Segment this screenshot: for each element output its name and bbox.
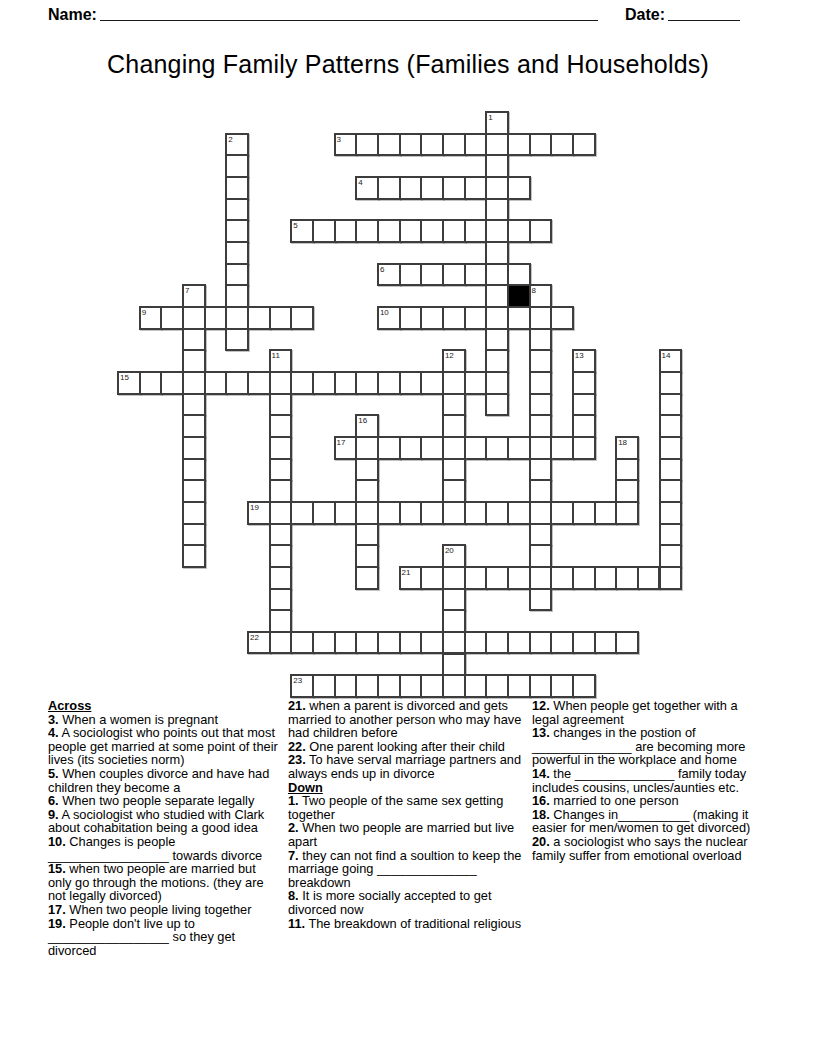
grid-cell[interactable] bbox=[572, 133, 596, 157]
grid-cell[interactable] bbox=[182, 414, 206, 438]
grid-cell[interactable]: 22 bbox=[247, 631, 271, 655]
grid-cell[interactable] bbox=[442, 458, 466, 482]
grid-cell[interactable] bbox=[529, 306, 553, 330]
grid-cell[interactable]: 15 bbox=[117, 371, 141, 395]
grid-cell[interactable] bbox=[615, 631, 639, 655]
grid-cell[interactable] bbox=[182, 458, 206, 482]
clue-item: 15. when two people are married but only… bbox=[48, 862, 281, 903]
grid-cell[interactable] bbox=[464, 436, 488, 460]
grid-cell[interactable] bbox=[269, 523, 293, 547]
grid-cell[interactable] bbox=[529, 523, 553, 547]
grid-cell[interactable] bbox=[269, 306, 293, 330]
grid-cell[interactable] bbox=[269, 436, 293, 460]
page-title: Changing Family Patterns (Families and H… bbox=[0, 50, 816, 79]
clue-number: 9. bbox=[48, 807, 59, 822]
cell-number: 10 bbox=[380, 308, 389, 317]
grid-cell[interactable] bbox=[529, 436, 553, 460]
grid-cell[interactable] bbox=[420, 371, 444, 395]
grid-cell[interactable] bbox=[615, 458, 639, 482]
grid-cell[interactable]: 17 bbox=[334, 436, 358, 460]
grid-cell[interactable] bbox=[464, 631, 488, 655]
grid-cell[interactable] bbox=[442, 176, 466, 200]
grid-cell[interactable] bbox=[485, 154, 509, 178]
grid-cell[interactable] bbox=[182, 436, 206, 460]
grid-cell[interactable] bbox=[399, 371, 423, 395]
grid-cell[interactable] bbox=[139, 371, 163, 395]
grid-cell[interactable]: 4 bbox=[355, 176, 379, 200]
grid-cell[interactable] bbox=[442, 501, 466, 525]
grid-cell[interactable] bbox=[334, 674, 358, 698]
grid-cell[interactable] bbox=[377, 501, 401, 525]
grid-cell[interactable] bbox=[312, 631, 336, 655]
grid-cell[interactable] bbox=[485, 263, 509, 287]
cell-number: 5 bbox=[293, 221, 297, 230]
grid-cell[interactable] bbox=[269, 631, 293, 655]
clue-number: 20. bbox=[532, 834, 550, 849]
grid-cell[interactable] bbox=[355, 566, 379, 590]
grid-cell[interactable] bbox=[160, 306, 184, 330]
grid-cell[interactable] bbox=[485, 393, 509, 417]
cell-number: 1 bbox=[488, 113, 492, 122]
cell-number: 16 bbox=[358, 416, 367, 425]
grid-cell[interactable] bbox=[485, 631, 509, 655]
grid-cell[interactable] bbox=[442, 609, 466, 633]
crossword-grid: 1234567891011121314151617181920212223 bbox=[117, 111, 683, 699]
grid-cell[interactable] bbox=[659, 523, 683, 547]
grid-cell[interactable] bbox=[485, 566, 509, 590]
grid-cell[interactable] bbox=[269, 609, 293, 633]
cell-number: 3 bbox=[337, 135, 341, 144]
grid-cell[interactable] bbox=[442, 653, 466, 677]
grid-cell[interactable]: 8 bbox=[529, 284, 553, 308]
grid-cell[interactable] bbox=[485, 133, 509, 157]
clue-number: 5. bbox=[48, 766, 59, 781]
clue-item: 18. Changes in__________ (making it easi… bbox=[532, 808, 760, 835]
grid-cell[interactable] bbox=[312, 501, 336, 525]
grid-cell[interactable] bbox=[355, 219, 379, 243]
grid-cell[interactable] bbox=[442, 133, 466, 157]
grid-cell[interactable] bbox=[442, 306, 466, 330]
clue-item: 19. People don't live up to ____________… bbox=[48, 917, 281, 958]
clue-item: 9. A sociologist who studied with Clark … bbox=[48, 808, 281, 835]
grid-cell[interactable] bbox=[507, 133, 531, 157]
grid-cell[interactable] bbox=[485, 284, 509, 308]
grid-cell[interactable] bbox=[377, 674, 401, 698]
grid-cell[interactable] bbox=[377, 219, 401, 243]
grid-cell[interactable] bbox=[420, 436, 444, 460]
grid-cell[interactable] bbox=[485, 176, 509, 200]
clue-item: 10. Changes is people _________________ … bbox=[48, 835, 281, 862]
grid-cell[interactable] bbox=[572, 631, 596, 655]
grid-cell[interactable] bbox=[659, 414, 683, 438]
clue-number: 14. bbox=[532, 766, 550, 781]
grid-cell[interactable] bbox=[572, 674, 596, 698]
grid-cell[interactable] bbox=[507, 219, 531, 243]
cell-number: 7 bbox=[185, 286, 189, 295]
grid-cell[interactable] bbox=[507, 176, 531, 200]
grid-cell[interactable] bbox=[312, 219, 336, 243]
grid-cell[interactable] bbox=[507, 436, 531, 460]
grid-cell[interactable]: 9 bbox=[139, 306, 163, 330]
grid-cell[interactable] bbox=[485, 436, 509, 460]
clue-column-2: 21. when a parent is divorced and gets m… bbox=[288, 699, 526, 930]
cell-number: 9 bbox=[142, 308, 146, 317]
clue-item: 17. When two people living together bbox=[48, 903, 281, 917]
grid-cell[interactable] bbox=[355, 501, 379, 525]
grid-cell[interactable] bbox=[507, 501, 531, 525]
grid-cell[interactable] bbox=[529, 328, 553, 352]
clue-number: 21. bbox=[288, 698, 306, 713]
grid-cell[interactable] bbox=[615, 501, 639, 525]
cell-number: 22 bbox=[250, 633, 259, 642]
clue-number: 19. bbox=[48, 916, 66, 931]
grid-cell[interactable] bbox=[399, 436, 423, 460]
grid-cell[interactable] bbox=[269, 458, 293, 482]
grid-cell[interactable] bbox=[269, 566, 293, 590]
cell-number: 11 bbox=[272, 351, 280, 360]
grid-cell[interactable] bbox=[464, 501, 488, 525]
grid-cell[interactable] bbox=[420, 263, 444, 287]
grid-cell[interactable]: 14 bbox=[659, 349, 683, 373]
grid-cell[interactable] bbox=[507, 306, 531, 330]
grid-cell[interactable] bbox=[659, 393, 683, 417]
grid-cell[interactable] bbox=[572, 566, 596, 590]
grid-cell[interactable] bbox=[485, 674, 509, 698]
grid-cell[interactable] bbox=[572, 371, 596, 395]
grid-cell[interactable] bbox=[355, 631, 379, 655]
grid-cell[interactable] bbox=[550, 306, 574, 330]
clue-column-3: 12. When people get together with a lega… bbox=[532, 699, 760, 862]
grid-cell[interactable] bbox=[399, 219, 423, 243]
grid-cell[interactable] bbox=[659, 501, 683, 525]
grid-cell[interactable] bbox=[485, 306, 509, 330]
grid-cell[interactable] bbox=[464, 371, 488, 395]
grid-cell[interactable] bbox=[529, 631, 553, 655]
grid-cell[interactable] bbox=[550, 631, 574, 655]
grid-cell[interactable] bbox=[529, 219, 553, 243]
grid-cell[interactable]: 16 bbox=[355, 414, 379, 438]
grid-cell[interactable] bbox=[377, 371, 401, 395]
cell-number: 13 bbox=[575, 351, 584, 360]
grid-cell[interactable] bbox=[659, 566, 683, 590]
grid-cell[interactable] bbox=[464, 263, 488, 287]
grid-cell[interactable] bbox=[485, 241, 509, 265]
grid-cell[interactable] bbox=[225, 284, 249, 308]
grid-cell[interactable] bbox=[529, 588, 553, 612]
grid-cell[interactable] bbox=[572, 436, 596, 460]
grid-cell[interactable] bbox=[269, 501, 293, 525]
grid-cell[interactable] bbox=[225, 154, 249, 178]
grid-cell[interactable] bbox=[485, 501, 509, 525]
grid-cell[interactable] bbox=[334, 631, 358, 655]
grid-cell[interactable] bbox=[269, 588, 293, 612]
grid-cell[interactable] bbox=[399, 631, 423, 655]
grid-cell[interactable] bbox=[420, 631, 444, 655]
grid-cell[interactable] bbox=[529, 349, 553, 373]
grid-cell[interactable] bbox=[247, 306, 271, 330]
grid-cell[interactable]: 18 bbox=[615, 436, 639, 460]
grid-cell[interactable] bbox=[615, 479, 639, 503]
clue-item: 3. When a women is pregnant bbox=[48, 713, 281, 727]
grid-cell[interactable] bbox=[659, 371, 683, 395]
grid-cell[interactable] bbox=[225, 176, 249, 200]
clue-item: 13. changes in the postion of __________… bbox=[532, 726, 760, 767]
grid-cell[interactable] bbox=[399, 176, 423, 200]
grid-cell[interactable]: 2 bbox=[225, 133, 249, 157]
cell-number: 17 bbox=[337, 438, 346, 447]
clue-column-1: Across3. When a women is pregnant4. A so… bbox=[48, 699, 281, 957]
clue-number: 4. bbox=[48, 725, 59, 740]
clue-item: 1. Two people of the same sex getting to… bbox=[288, 794, 526, 821]
cell-number: 2 bbox=[228, 135, 232, 144]
grid-cell[interactable] bbox=[464, 133, 488, 157]
grid-cell[interactable] bbox=[442, 674, 466, 698]
grid-cell[interactable] bbox=[529, 479, 553, 503]
clue-item: 21. when a parent is divorced and gets m… bbox=[288, 699, 526, 740]
cell-number: 4 bbox=[358, 178, 362, 187]
grid-cell[interactable] bbox=[550, 133, 574, 157]
grid-cell[interactable] bbox=[442, 631, 466, 655]
grid-cell[interactable] bbox=[659, 436, 683, 460]
grid-cell[interactable] bbox=[399, 674, 423, 698]
cell-number: 8 bbox=[532, 286, 536, 295]
grid-cell[interactable] bbox=[377, 436, 401, 460]
grid-cell[interactable] bbox=[529, 458, 553, 482]
grid-cell[interactable]: 10 bbox=[377, 306, 401, 330]
grid-cell[interactable]: 21 bbox=[399, 566, 423, 590]
grid-cell[interactable] bbox=[182, 544, 206, 568]
grid-cell[interactable] bbox=[507, 631, 531, 655]
grid-cell[interactable] bbox=[399, 133, 423, 157]
grid-cell[interactable] bbox=[550, 436, 574, 460]
grid-cell[interactable]: 19 bbox=[247, 501, 271, 525]
grid-cell[interactable] bbox=[225, 219, 249, 243]
grid-cell[interactable] bbox=[529, 566, 553, 590]
name-label: Name: bbox=[48, 6, 97, 24]
grid-cell[interactable] bbox=[442, 263, 466, 287]
grid-cell[interactable] bbox=[594, 631, 618, 655]
grid-cell[interactable] bbox=[225, 328, 249, 352]
grid-cell[interactable]: 12 bbox=[442, 349, 466, 373]
grid-cell[interactable] bbox=[529, 393, 553, 417]
grid-cell[interactable] bbox=[355, 371, 379, 395]
grid-cell[interactable] bbox=[269, 479, 293, 503]
grid-cell[interactable] bbox=[182, 501, 206, 525]
grid-cell[interactable] bbox=[637, 566, 661, 590]
clue-item: 23. To have serval marriage partners and… bbox=[288, 753, 526, 780]
clue-item: 12. When people get together with a lega… bbox=[532, 699, 760, 726]
grid-cell[interactable] bbox=[182, 479, 206, 503]
clue-item: 7. they can not find a soultion to keep … bbox=[288, 849, 526, 890]
grid-cell[interactable] bbox=[507, 263, 531, 287]
grid-cell[interactable] bbox=[485, 349, 509, 373]
clues-across-header: Across bbox=[48, 699, 281, 713]
grid-cell[interactable] bbox=[529, 414, 553, 438]
black-cell bbox=[507, 284, 531, 308]
grid-cell[interactable] bbox=[442, 436, 466, 460]
grid-cell[interactable] bbox=[550, 501, 574, 525]
cell-number: 6 bbox=[380, 265, 384, 274]
grid-cell[interactable] bbox=[485, 219, 509, 243]
grid-cell[interactable] bbox=[225, 241, 249, 265]
grid-cell[interactable] bbox=[355, 479, 379, 503]
grid-cell[interactable] bbox=[334, 371, 358, 395]
grid-cell[interactable] bbox=[420, 176, 444, 200]
clue-number: 18. bbox=[532, 807, 550, 822]
grid-cell[interactable] bbox=[529, 544, 553, 568]
grid-cell[interactable] bbox=[529, 674, 553, 698]
clue-item: 5. When couples divorce and have had chi… bbox=[48, 767, 281, 794]
grid-cell[interactable] bbox=[160, 371, 184, 395]
grid-cell[interactable] bbox=[442, 479, 466, 503]
grid-cell[interactable] bbox=[464, 566, 488, 590]
grid-cell[interactable]: 5 bbox=[290, 219, 314, 243]
grid-cell[interactable]: 1 bbox=[485, 111, 509, 135]
grid-cell[interactable] bbox=[420, 306, 444, 330]
grid-cell[interactable]: 23 bbox=[290, 674, 314, 698]
grid-cell[interactable] bbox=[355, 436, 379, 460]
grid-cell[interactable] bbox=[464, 674, 488, 698]
clue-item: 2. When two people are married but live … bbox=[288, 821, 526, 848]
grid-cell[interactable] bbox=[225, 371, 249, 395]
grid-cell[interactable] bbox=[182, 306, 206, 330]
grid-cell[interactable] bbox=[377, 631, 401, 655]
grid-cell[interactable] bbox=[355, 544, 379, 568]
clue-number: 15. bbox=[48, 861, 66, 876]
grid-cell[interactable]: 11 bbox=[269, 349, 293, 373]
cell-number: 14 bbox=[662, 351, 671, 360]
grid-cell[interactable] bbox=[464, 176, 488, 200]
cell-number: 18 bbox=[618, 438, 627, 447]
grid-cell[interactable] bbox=[399, 501, 423, 525]
grid-cell[interactable] bbox=[334, 501, 358, 525]
grid-cell[interactable] bbox=[312, 371, 336, 395]
grid-cell[interactable] bbox=[182, 393, 206, 417]
grid-cell[interactable] bbox=[594, 501, 618, 525]
grid-cell[interactable] bbox=[485, 328, 509, 352]
clue-number: 23. bbox=[288, 752, 306, 767]
grid-cell[interactable] bbox=[529, 371, 553, 395]
name-line[interactable] bbox=[100, 2, 598, 21]
grid-cell[interactable] bbox=[355, 458, 379, 482]
grid-cell[interactable] bbox=[659, 458, 683, 482]
grid-cell[interactable] bbox=[377, 133, 401, 157]
grid-cell[interactable] bbox=[420, 219, 444, 243]
grid-cell[interactable] bbox=[355, 133, 379, 157]
grid-cell[interactable] bbox=[269, 371, 293, 395]
grid-cell[interactable] bbox=[399, 306, 423, 330]
grid-cell[interactable] bbox=[182, 328, 206, 352]
clue-number: 7. bbox=[288, 848, 299, 863]
grid-cell[interactable] bbox=[442, 566, 466, 590]
grid-cell[interactable] bbox=[464, 306, 488, 330]
grid-cell[interactable] bbox=[572, 393, 596, 417]
grid-cell[interactable] bbox=[269, 414, 293, 438]
grid-cell[interactable] bbox=[247, 371, 271, 395]
grid-cell[interactable] bbox=[312, 674, 336, 698]
grid-cell[interactable] bbox=[399, 263, 423, 287]
clue-number: 8. bbox=[288, 888, 299, 903]
clue-item: 16. married to one person bbox=[532, 794, 760, 808]
clue-item: 6. When two people separate legally bbox=[48, 794, 281, 808]
grid-cell[interactable] bbox=[204, 371, 228, 395]
grid-cell[interactable] bbox=[182, 523, 206, 547]
date-line[interactable] bbox=[668, 2, 740, 21]
clue-number: 2. bbox=[288, 820, 299, 835]
grid-cell[interactable] bbox=[572, 501, 596, 525]
grid-cell[interactable] bbox=[204, 306, 228, 330]
grid-cell[interactable] bbox=[442, 393, 466, 417]
grid-cell[interactable]: 7 bbox=[182, 284, 206, 308]
grid-cell[interactable] bbox=[269, 544, 293, 568]
grid-cell[interactable] bbox=[550, 566, 574, 590]
clue-item: 4. A sociologist who points out that mos… bbox=[48, 726, 281, 767]
grid-cell[interactable] bbox=[594, 566, 618, 590]
cell-number: 23 bbox=[293, 676, 302, 685]
grid-cell[interactable]: 13 bbox=[572, 349, 596, 373]
grid-cell[interactable] bbox=[420, 566, 444, 590]
grid-cell[interactable] bbox=[442, 371, 466, 395]
grid-cell[interactable] bbox=[659, 544, 683, 568]
grid-cell[interactable] bbox=[572, 414, 596, 438]
grid-cell[interactable] bbox=[485, 198, 509, 222]
grid-cell[interactable] bbox=[485, 371, 509, 395]
grid-cell[interactable] bbox=[507, 566, 531, 590]
grid-cell[interactable] bbox=[420, 674, 444, 698]
grid-cell[interactable] bbox=[225, 306, 249, 330]
clue-item: 14. the ______________ family today incl… bbox=[532, 767, 760, 794]
clue-item: 8. It is more socially accepted to get d… bbox=[288, 889, 526, 916]
grid-cell[interactable] bbox=[377, 176, 401, 200]
grid-cell[interactable] bbox=[420, 501, 444, 525]
clue-item: 11. The breakdown of traditional religio… bbox=[288, 917, 526, 931]
grid-cell[interactable] bbox=[290, 501, 314, 525]
clue-item: 22. One parent looking after their child bbox=[288, 740, 526, 754]
grid-cell[interactable] bbox=[225, 198, 249, 222]
grid-cell[interactable] bbox=[182, 349, 206, 373]
grid-cell[interactable] bbox=[269, 393, 293, 417]
grid-cell[interactable] bbox=[290, 306, 314, 330]
clue-item: 20. a sociologist who says the nuclear f… bbox=[532, 835, 760, 862]
grid-cell[interactable]: 20 bbox=[442, 544, 466, 568]
grid-cell[interactable] bbox=[290, 631, 314, 655]
grid-cell[interactable]: 3 bbox=[334, 133, 358, 157]
grid-cell[interactable] bbox=[464, 219, 488, 243]
clue-number: 12. bbox=[532, 698, 550, 713]
cell-number: 20 bbox=[445, 546, 454, 555]
grid-cell[interactable] bbox=[225, 263, 249, 287]
cell-number: 19 bbox=[250, 503, 259, 512]
grid-cell[interactable] bbox=[355, 523, 379, 547]
grid-cell[interactable] bbox=[550, 674, 574, 698]
date-label: Date: bbox=[625, 6, 665, 24]
grid-cell[interactable] bbox=[442, 219, 466, 243]
grid-cell[interactable] bbox=[334, 219, 358, 243]
grid-cell[interactable] bbox=[659, 479, 683, 503]
grid-cell[interactable]: 6 bbox=[377, 263, 401, 287]
grid-cell[interactable] bbox=[615, 566, 639, 590]
grid-cell[interactable] bbox=[529, 133, 553, 157]
grid-cell[interactable] bbox=[290, 371, 314, 395]
grid-cell[interactable] bbox=[420, 133, 444, 157]
grid-cell[interactable] bbox=[442, 588, 466, 612]
grid-cell[interactable] bbox=[182, 371, 206, 395]
clue-number: 13. bbox=[532, 725, 550, 740]
grid-cell[interactable] bbox=[442, 414, 466, 438]
grid-cell[interactable] bbox=[355, 674, 379, 698]
grid-cell[interactable] bbox=[507, 674, 531, 698]
grid-cell[interactable] bbox=[529, 501, 553, 525]
